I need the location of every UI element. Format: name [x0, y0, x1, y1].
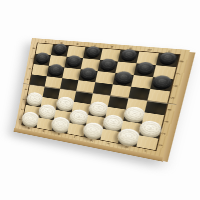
file-label: з — [144, 149, 147, 152]
file-label: в — [76, 42, 79, 45]
photo-background: ааббввггддеежжзз8877665544332211 — [0, 0, 200, 200]
file-label: д — [90, 139, 94, 142]
rank-label: 6 — [27, 68, 31, 70]
black-checker[interactable] — [85, 46, 102, 59]
black-checker[interactable] — [135, 61, 155, 76]
file-label: а — [27, 127, 30, 130]
square-h1[interactable] — [136, 135, 158, 150]
file-label: д — [110, 45, 114, 48]
black-checker[interactable] — [151, 75, 173, 91]
rank-label: 6 — [173, 85, 179, 88]
rank-label: 1 — [159, 144, 164, 147]
board-frame: ааббввггддеежжзз8877665544332211 — [15, 38, 190, 157]
black-checker[interactable] — [66, 55, 83, 69]
rank-label: 7 — [176, 72, 182, 74]
black-checker[interactable] — [158, 51, 178, 65]
board-grid — [22, 43, 179, 150]
black-checker[interactable] — [120, 48, 138, 62]
rank-label: 3 — [164, 121, 170, 124]
rank-label: 2 — [20, 108, 24, 110]
black-checker[interactable] — [52, 43, 67, 55]
rank-label: 7 — [29, 58, 33, 60]
checkers-board: ааббввггддеежжзз8877665544332211 — [15, 38, 190, 157]
rank-label: 2 — [162, 132, 167, 135]
rank-label: 5 — [26, 78, 30, 80]
file-label: ж — [124, 145, 129, 149]
file-label: е — [107, 142, 110, 145]
rank-label: 4 — [24, 88, 28, 90]
black-checker[interactable] — [35, 52, 51, 65]
file-label: г — [73, 136, 76, 139]
file-label: ж — [147, 48, 152, 51]
black-checker[interactable] — [99, 58, 117, 72]
file-label: а — [44, 40, 47, 43]
rank-label: 3 — [22, 98, 26, 100]
rank-label: 5 — [170, 97, 176, 100]
rank-label: 4 — [167, 109, 173, 112]
file-label: б — [42, 130, 45, 133]
rank-label: 8 — [179, 60, 185, 62]
rank-label: 8 — [31, 47, 35, 49]
file-label: в — [57, 133, 60, 136]
